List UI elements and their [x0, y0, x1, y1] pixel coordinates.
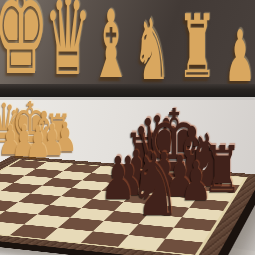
- lineup-queen-piece: ♛: [44, 0, 91, 92]
- chessboard-photo: ♛♞♚♝♜♟♟♟♟♟♜♛♚♝♞♜♟♟♟♟♟♟♞♟: [0, 97, 255, 255]
- lineup-rook-piece: ♜: [178, 5, 217, 92]
- lineup-king-piece: ♚: [0, 0, 49, 92]
- lineup-knight-piece: ♞: [133, 8, 170, 92]
- chess-set-product-photo: ♚♛♝♞♜♟ ♛♞♚♝♜♟♟♟♟♟♜♛♚♝♞♜♟♟♟♟♟♟♞♟: [0, 0, 255, 255]
- pieces-lineup-photo: ♚♛♝♞♜♟: [0, 0, 255, 97]
- black-pawn-piece: ♟: [180, 154, 212, 208]
- black-knight-piece: ♞: [129, 142, 181, 228]
- lineup-bishop-piece: ♝: [90, 0, 132, 92]
- lineup-pawn-piece: ♟: [224, 21, 255, 92]
- board-pieces-layer: ♛♞♚♝♜♟♟♟♟♟♜♛♚♝♞♜♟♟♟♟♟♟♞♟: [0, 97, 255, 255]
- white-pawn-piece: ♟: [25, 121, 51, 164]
- display-shelf: [0, 84, 255, 97]
